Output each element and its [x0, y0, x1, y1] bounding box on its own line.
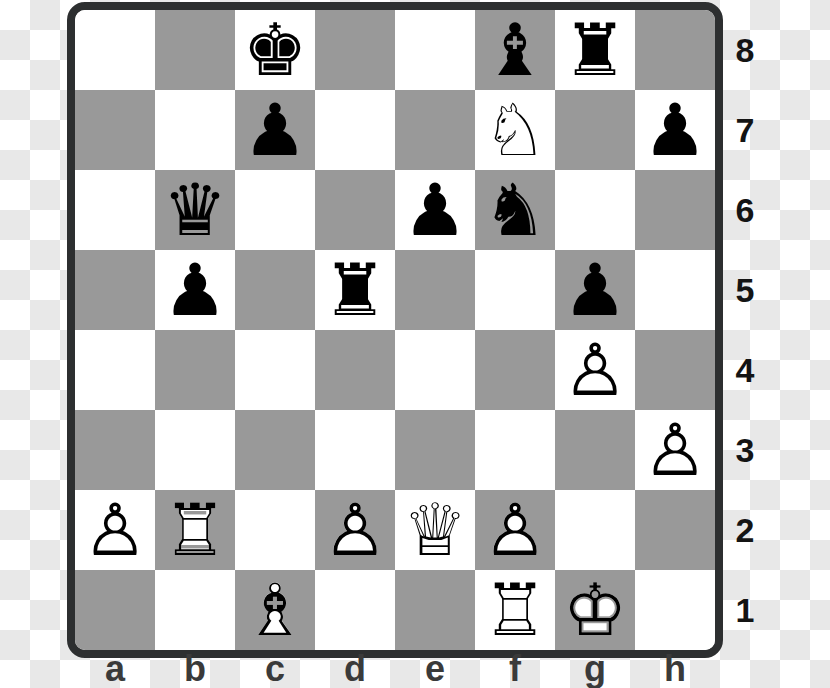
square-f2[interactable]: ♟♙ — [475, 490, 555, 570]
square-a2[interactable]: ♟♙ — [75, 490, 155, 570]
black-bishop-piece: ♝ — [475, 10, 555, 90]
square-e4[interactable] — [395, 330, 475, 410]
square-c4[interactable] — [235, 330, 315, 410]
square-g7[interactable] — [555, 90, 635, 170]
square-g2[interactable] — [555, 490, 635, 570]
square-b8[interactable] — [155, 10, 235, 90]
file-label-c: c — [235, 648, 315, 688]
square-d2[interactable]: ♟♙ — [315, 490, 395, 570]
square-c2[interactable] — [235, 490, 315, 570]
white-pawn-piece: ♟♙ — [315, 490, 395, 570]
square-c7[interactable]: ♟ — [235, 90, 315, 170]
square-h8[interactable] — [635, 10, 715, 90]
white-pawn-piece: ♟♙ — [635, 410, 715, 490]
square-d5[interactable]: ♜ — [315, 250, 395, 330]
square-e8[interactable] — [395, 10, 475, 90]
square-c1[interactable]: ♝♗ — [235, 570, 315, 650]
rank-label-3: 3 — [723, 410, 767, 490]
square-f7[interactable]: ♞♘ — [475, 90, 555, 170]
square-h6[interactable] — [635, 170, 715, 250]
white-pawn-piece: ♟♙ — [75, 490, 155, 570]
rank-label-5: 5 — [723, 250, 767, 330]
square-d6[interactable] — [315, 170, 395, 250]
square-e3[interactable] — [395, 410, 475, 490]
square-a6[interactable] — [75, 170, 155, 250]
square-g4[interactable]: ♟♙ — [555, 330, 635, 410]
square-h7[interactable]: ♟ — [635, 90, 715, 170]
file-label-a: a — [75, 648, 155, 688]
black-knight-piece: ♞ — [475, 170, 555, 250]
square-d1[interactable] — [315, 570, 395, 650]
square-f8[interactable]: ♝ — [475, 10, 555, 90]
square-d7[interactable] — [315, 90, 395, 170]
white-knight-piece: ♞♘ — [475, 90, 555, 170]
square-e6[interactable]: ♟ — [395, 170, 475, 250]
chess-board: ♚♝♜♟♞♘♟♛♟♞♟♜♟♟♙♟♙♟♙♜♖♟♙♛♕♟♙♝♗♜♖♚♔ — [75, 10, 715, 650]
file-label-e: e — [395, 648, 475, 688]
black-pawn-piece: ♟ — [555, 250, 635, 330]
square-h1[interactable] — [635, 570, 715, 650]
square-a5[interactable] — [75, 250, 155, 330]
file-label-d: d — [315, 648, 395, 688]
square-c3[interactable] — [235, 410, 315, 490]
square-e2[interactable]: ♛♕ — [395, 490, 475, 570]
square-f6[interactable]: ♞ — [475, 170, 555, 250]
square-g3[interactable] — [555, 410, 635, 490]
file-labels: abcdefgh — [75, 648, 715, 688]
square-g1[interactable]: ♚♔ — [555, 570, 635, 650]
black-king-piece: ♚ — [235, 10, 315, 90]
square-d8[interactable] — [315, 10, 395, 90]
square-f1[interactable]: ♜♖ — [475, 570, 555, 650]
square-a1[interactable] — [75, 570, 155, 650]
white-king-piece: ♚♔ — [555, 570, 635, 650]
square-h4[interactable] — [635, 330, 715, 410]
black-pawn-piece: ♟ — [235, 90, 315, 170]
square-e5[interactable] — [395, 250, 475, 330]
square-e1[interactable] — [395, 570, 475, 650]
square-c5[interactable] — [235, 250, 315, 330]
square-e7[interactable] — [395, 90, 475, 170]
square-b7[interactable] — [155, 90, 235, 170]
rank-label-2: 2 — [723, 490, 767, 570]
square-b5[interactable]: ♟ — [155, 250, 235, 330]
square-a7[interactable] — [75, 90, 155, 170]
square-a4[interactable] — [75, 330, 155, 410]
rank-label-4: 4 — [723, 330, 767, 410]
square-b1[interactable] — [155, 570, 235, 650]
square-b2[interactable]: ♜♖ — [155, 490, 235, 570]
square-a3[interactable] — [75, 410, 155, 490]
rank-label-7: 7 — [723, 90, 767, 170]
white-pawn-piece: ♟♙ — [555, 330, 635, 410]
black-pawn-piece: ♟ — [635, 90, 715, 170]
white-rook-piece: ♜♖ — [475, 570, 555, 650]
square-c6[interactable] — [235, 170, 315, 250]
black-pawn-piece: ♟ — [395, 170, 475, 250]
file-label-f: f — [475, 648, 555, 688]
square-b4[interactable] — [155, 330, 235, 410]
rank-label-1: 1 — [723, 570, 767, 650]
black-rook-piece: ♜ — [555, 10, 635, 90]
square-b3[interactable] — [155, 410, 235, 490]
square-f4[interactable] — [475, 330, 555, 410]
square-g8[interactable]: ♜ — [555, 10, 635, 90]
square-h5[interactable] — [635, 250, 715, 330]
square-g6[interactable] — [555, 170, 635, 250]
square-c8[interactable]: ♚ — [235, 10, 315, 90]
rank-label-6: 6 — [723, 170, 767, 250]
file-label-g: g — [555, 648, 635, 688]
square-f3[interactable] — [475, 410, 555, 490]
square-f5[interactable] — [475, 250, 555, 330]
black-pawn-piece: ♟ — [155, 250, 235, 330]
white-pawn-piece: ♟♙ — [475, 490, 555, 570]
rank-labels: 87654321 — [723, 10, 767, 650]
square-h3[interactable]: ♟♙ — [635, 410, 715, 490]
black-queen-piece: ♛ — [155, 170, 235, 250]
square-g5[interactable]: ♟ — [555, 250, 635, 330]
square-h2[interactable] — [635, 490, 715, 570]
rank-label-8: 8 — [723, 10, 767, 90]
white-bishop-piece: ♝♗ — [235, 570, 315, 650]
file-label-b: b — [155, 648, 235, 688]
square-a8[interactable] — [75, 10, 155, 90]
black-rook-piece: ♜ — [315, 250, 395, 330]
square-d4[interactable] — [315, 330, 395, 410]
board-frame: ♚♝♜♟♞♘♟♛♟♞♟♜♟♟♙♟♙♟♙♜♖♟♙♛♕♟♙♝♗♜♖♚♔ — [67, 2, 723, 658]
white-rook-piece: ♜♖ — [155, 490, 235, 570]
square-b6[interactable]: ♛ — [155, 170, 235, 250]
chess-diagram: ♚♝♜♟♞♘♟♛♟♞♟♜♟♟♙♟♙♟♙♜♖♟♙♛♕♟♙♝♗♜♖♚♔ abcdef… — [0, 0, 830, 688]
white-queen-piece: ♛♕ — [395, 490, 475, 570]
file-label-h: h — [635, 648, 715, 688]
square-d3[interactable] — [315, 410, 395, 490]
